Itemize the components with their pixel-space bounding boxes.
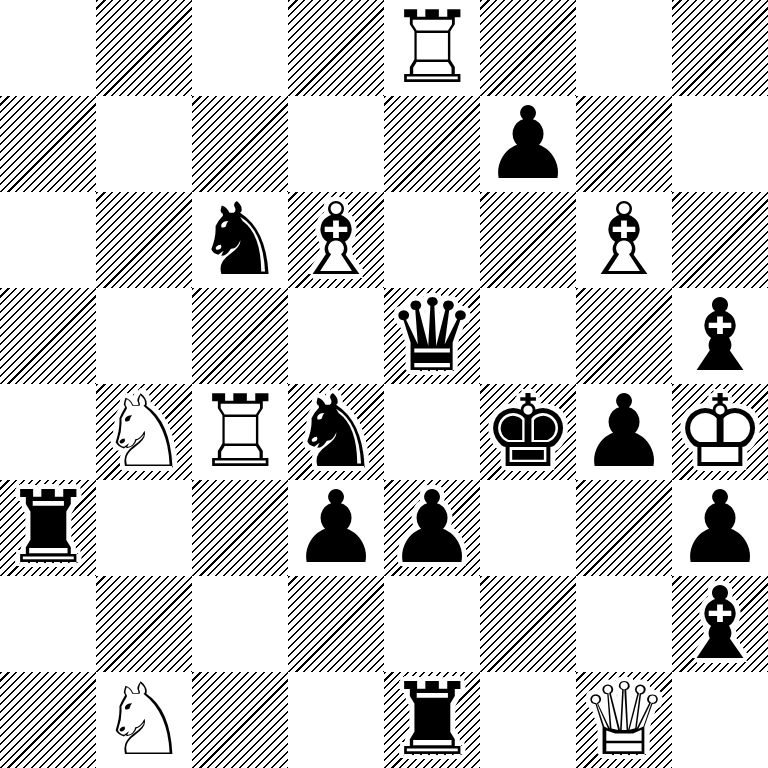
square-e1[interactable]: ♜♜ [384,672,480,768]
square-c3[interactable] [192,480,288,576]
square-g8[interactable] [576,0,672,96]
square-h7[interactable] [672,96,768,192]
square-f6[interactable] [480,192,576,288]
square-g2[interactable] [576,576,672,672]
piece-black-knight-icon[interactable]: ♞ [288,384,384,480]
square-c8[interactable] [192,0,288,96]
square-g4[interactable]: ♟♟ [576,384,672,480]
square-a3[interactable]: ♜♜ [0,480,96,576]
square-f3[interactable] [480,480,576,576]
square-h8[interactable] [672,0,768,96]
square-d5[interactable] [288,288,384,384]
piece-black-pawn-icon[interactable]: ♟ [576,384,672,480]
square-h4[interactable]: ♚♔ [672,384,768,480]
piece-white-bishop-icon[interactable]: ♗ [288,192,384,288]
square-e5[interactable]: ♛♛ [384,288,480,384]
square-d4[interactable]: ♞♞ [288,384,384,480]
square-d3[interactable]: ♟♟ [288,480,384,576]
square-e2[interactable] [384,576,480,672]
square-f4[interactable]: ♚♚ [480,384,576,480]
piece-black-knight-icon[interactable]: ♞ [192,192,288,288]
piece-white-rook-icon[interactable]: ♖ [384,0,480,96]
square-a1[interactable] [0,672,96,768]
square-f7[interactable]: ♟♟ [480,96,576,192]
square-e7[interactable] [384,96,480,192]
square-c6[interactable]: ♞♞ [192,192,288,288]
square-b6[interactable] [96,192,192,288]
piece-black-pawn-icon[interactable]: ♟ [480,96,576,192]
square-f8[interactable] [480,0,576,96]
piece-black-rook-icon[interactable]: ♜ [384,672,480,768]
square-h2[interactable]: ♝♝ [672,576,768,672]
piece-white-knight-icon[interactable]: ♘ [96,672,192,768]
square-a5[interactable] [0,288,96,384]
square-f2[interactable] [480,576,576,672]
square-a4[interactable] [0,384,96,480]
chess-board: ♜♖♟♟♞♞♝♗♝♗♛♛♝♝♞♘♜♖♞♞♚♚♟♟♚♔♜♜♟♟♟♟♟♟♝♝♞♘♜♜… [0,0,768,768]
piece-black-king-icon[interactable]: ♚ [480,384,576,480]
piece-white-king-icon[interactable]: ♔ [672,384,768,480]
square-b3[interactable] [96,480,192,576]
square-c2[interactable] [192,576,288,672]
square-a2[interactable] [0,576,96,672]
square-c1[interactable] [192,672,288,768]
piece-white-bishop-icon[interactable]: ♗ [576,192,672,288]
square-d2[interactable] [288,576,384,672]
square-f5[interactable] [480,288,576,384]
square-b8[interactable] [96,0,192,96]
square-e4[interactable] [384,384,480,480]
square-e6[interactable] [384,192,480,288]
square-c7[interactable] [192,96,288,192]
square-a8[interactable] [0,0,96,96]
square-c4[interactable]: ♜♖ [192,384,288,480]
square-b1[interactable]: ♞♘ [96,672,192,768]
square-g5[interactable] [576,288,672,384]
square-d6[interactable]: ♝♗ [288,192,384,288]
piece-black-queen-icon[interactable]: ♛ [384,288,480,384]
square-g7[interactable] [576,96,672,192]
piece-black-bishop-icon[interactable]: ♝ [672,576,768,672]
piece-black-pawn-icon[interactable]: ♟ [288,480,384,576]
square-b5[interactable] [96,288,192,384]
piece-black-bishop-icon[interactable]: ♝ [672,288,768,384]
square-f1[interactable] [480,672,576,768]
piece-white-rook-icon[interactable]: ♖ [192,384,288,480]
square-d1[interactable] [288,672,384,768]
square-g6[interactable]: ♝♗ [576,192,672,288]
square-h3[interactable]: ♟♟ [672,480,768,576]
square-e3[interactable]: ♟♟ [384,480,480,576]
square-b4[interactable]: ♞♘ [96,384,192,480]
square-g1[interactable]: ♛♕ [576,672,672,768]
square-h5[interactable]: ♝♝ [672,288,768,384]
piece-white-knight-icon[interactable]: ♘ [96,384,192,480]
square-d7[interactable] [288,96,384,192]
piece-black-pawn-icon[interactable]: ♟ [672,480,768,576]
square-g3[interactable] [576,480,672,576]
piece-white-queen-icon[interactable]: ♕ [576,672,672,768]
square-h1[interactable] [672,672,768,768]
square-a7[interactable] [0,96,96,192]
square-h6[interactable] [672,192,768,288]
piece-black-rook-icon[interactable]: ♜ [0,480,96,576]
square-e8[interactable]: ♜♖ [384,0,480,96]
square-b7[interactable] [96,96,192,192]
square-d8[interactable] [288,0,384,96]
square-a6[interactable] [0,192,96,288]
square-c5[interactable] [192,288,288,384]
piece-black-pawn-icon[interactable]: ♟ [384,480,480,576]
square-b2[interactable] [96,576,192,672]
